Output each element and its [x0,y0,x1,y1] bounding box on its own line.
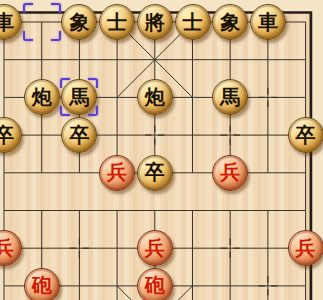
piece-glyph: 炮 [32,87,52,107]
piece-glyph: 象 [69,12,89,32]
piece-glyph: 馬 [220,87,240,107]
piece-glyph: 卒 [0,125,14,145]
piece-glyph: 卒 [69,125,89,145]
piece-glyph: 車 [0,12,14,32]
piece-glyph: 士 [107,12,127,32]
piece-glyph: 兵 [296,238,316,258]
piece-glyph: 馬 [69,87,89,107]
piece-glyph: 象 [220,12,240,32]
piece-glyph: 炮 [145,87,165,107]
piece-glyph: 兵 [107,162,127,182]
piece-glyph: 兵 [0,238,14,258]
piece-red-soldier[interactable]: 兵 [288,230,323,266]
piece-black-general[interactable]: 將 [137,4,173,40]
piece-glyph: 兵 [220,162,240,182]
piece-glyph: 砲 [145,275,165,295]
piece-red-cannon[interactable]: 砲 [24,268,60,300]
piece-black-soldier[interactable]: 卒 [137,155,173,191]
piece-black-soldier[interactable]: 卒 [288,117,323,153]
piece-red-soldier[interactable]: 兵 [137,230,173,266]
piece-black-cannon[interactable]: 炮 [137,79,173,115]
piece-glyph: 車 [258,12,278,32]
piece-red-soldier[interactable]: 兵 [99,155,135,191]
piece-red-cannon[interactable]: 砲 [137,268,173,300]
piece-glyph: 將 [145,12,165,32]
piece-glyph: 卒 [296,125,316,145]
piece-black-advisor[interactable]: 士 [99,4,135,40]
piece-glyph: 士 [183,12,203,32]
piece-glyph: 兵 [145,238,165,258]
piece-glyph: 卒 [145,162,165,182]
piece-glyph: 砲 [32,275,52,295]
piece-black-elephant[interactable]: 象 [212,4,248,40]
xiangqi-board[interactable]: 車象士將士象車炮馬炮馬卒卒卒卒兵兵兵兵兵砲砲 [0,0,323,300]
piece-black-cannon[interactable]: 炮 [24,79,60,115]
piece-black-advisor[interactable]: 士 [175,4,211,40]
piece-black-chariot[interactable]: 車 [250,4,286,40]
piece-red-soldier[interactable]: 兵 [212,155,248,191]
